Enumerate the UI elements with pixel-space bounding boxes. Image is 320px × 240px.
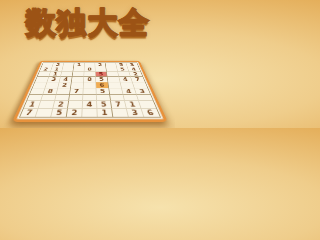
sudoku-grid: 21253218541523485472687543124571752136 xyxy=(19,62,161,117)
cell-r9c6[interactable]: 1 xyxy=(97,109,113,117)
cell-r6c4[interactable]: 7 xyxy=(70,88,84,95)
cell-r8c5[interactable]: 4 xyxy=(83,101,98,109)
cell-r6c6[interactable]: 5 xyxy=(96,88,110,95)
app-background: { "app": { "title": "数独大全" }, "game": "s… xyxy=(0,0,175,128)
cell-r6c3[interactable] xyxy=(56,88,70,95)
cell-r9c3[interactable]: 5 xyxy=(51,109,68,117)
game-title: 数独大全 xyxy=(0,5,175,41)
sudoku-board: 21253218541523485472687543124571752136 xyxy=(12,56,168,122)
cell-r9c4[interactable]: 2 xyxy=(67,109,83,117)
cell-r6c9[interactable]: 3 xyxy=(135,88,151,95)
cell-r8c3[interactable]: 2 xyxy=(53,101,69,109)
cell-r6c5[interactable] xyxy=(83,88,96,95)
cell-r8c9[interactable] xyxy=(139,101,156,109)
board-frame: 21253218541523485472687543124571752136 xyxy=(12,61,168,122)
cell-r9c9[interactable]: 6 xyxy=(142,109,160,117)
cell-r9c5[interactable] xyxy=(82,109,98,117)
cell-r8c4[interactable] xyxy=(68,101,83,109)
cell-r8c6[interactable]: 5 xyxy=(97,101,112,109)
